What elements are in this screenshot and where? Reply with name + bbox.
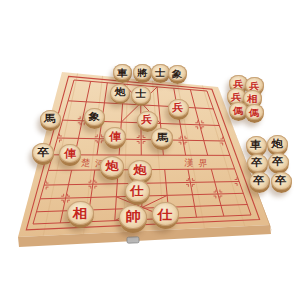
pieces-layer: 車將士象兵兵炮士兵相兵傌傌象馬兵俥馬炮車卒俥卒卒炮炮卒卒仕相仕帥: [0, 0, 300, 300]
piece-red-board-28[interactable]: 仕: [125, 180, 150, 205]
piece-character: 傌: [249, 107, 259, 116]
piece-character: 炮: [115, 88, 126, 98]
piece-character: 將: [137, 67, 147, 76]
piece-black-tray-black-27[interactable]: 卒: [271, 172, 292, 193]
piece-character: 仕: [158, 207, 173, 220]
piece-face: 炮: [267, 135, 288, 153]
piece-character: 卒: [253, 176, 264, 186]
piece-character: 兵: [231, 91, 241, 100]
piece-character: 卒: [275, 176, 286, 186]
piece-red-board-29[interactable]: 相: [67, 201, 94, 228]
piece-face: 傌: [245, 104, 264, 121]
piece-face: 炮: [110, 84, 130, 101]
piece-face: 仕: [125, 180, 150, 202]
piece-character: 相: [247, 93, 257, 102]
piece-character: 卒: [272, 157, 283, 167]
piece-character: 傌: [233, 105, 243, 114]
piece-character: 卒: [251, 158, 262, 168]
piece-red-tray-red-12[interactable]: 傌: [245, 104, 264, 123]
piece-character: 車: [117, 67, 127, 76]
piece-character: 炮: [106, 161, 119, 173]
piece-face: 卒: [268, 153, 289, 171]
piece-character: 馬: [156, 133, 168, 144]
piece-face: 卒: [32, 143, 54, 162]
piece-black-board-0[interactable]: 車: [113, 64, 132, 83]
piece-character: 炮: [271, 139, 282, 149]
piece-character: 兵: [233, 78, 243, 87]
xiangqi-product-photo: 楚河 漢界 車將士象兵兵炮士兵相兵傌傌象馬兵俥馬炮車卒俥卒卒炮炮卒卒仕相仕帥: [0, 0, 300, 300]
piece-character: 相: [73, 206, 88, 219]
piece-face: 炮: [128, 160, 152, 181]
piece-red-board-31[interactable]: 帥: [119, 205, 147, 233]
piece-black-board-7[interactable]: 士: [131, 86, 151, 106]
piece-face: 車: [246, 136, 267, 154]
piece-face: 馬: [40, 110, 61, 128]
piece-face: 象: [168, 65, 187, 82]
piece-black-board-14[interactable]: 馬: [40, 110, 61, 131]
piece-character: 俥: [109, 132, 121, 143]
piece-character: 士: [155, 67, 165, 76]
piece-face: 仕: [152, 202, 179, 225]
piece-character: 象: [88, 112, 99, 122]
piece-face: 相: [67, 201, 94, 224]
piece-character: 炮: [134, 165, 147, 177]
piece-face: 兵: [137, 111, 158, 129]
piece-black-board-3[interactable]: 象: [168, 65, 187, 84]
piece-character: 士: [136, 90, 147, 100]
piece-black-board-17[interactable]: 馬: [151, 128, 173, 150]
piece-face: 士: [131, 86, 151, 103]
piece-character: 象: [172, 68, 182, 77]
piece-red-board-16[interactable]: 俥: [104, 127, 126, 149]
piece-character: 兵: [172, 103, 183, 113]
piece-face: 炮: [100, 156, 124, 177]
piece-black-tray-black-26[interactable]: 卒: [249, 172, 270, 193]
piece-red-board-21[interactable]: 俥: [59, 144, 81, 166]
piece-red-board-10[interactable]: 兵: [168, 99, 189, 120]
piece-red-board-30[interactable]: 仕: [152, 202, 179, 229]
piece-face: 將: [133, 64, 152, 81]
piece-character: 兵: [141, 115, 152, 125]
piece-character: 兵: [249, 80, 259, 89]
piece-black-board-20[interactable]: 卒: [32, 143, 54, 165]
piece-character: 車: [250, 140, 261, 150]
piece-black-tray-black-22[interactable]: 卒: [268, 153, 289, 174]
piece-face: 車: [113, 64, 132, 81]
piece-face: 帥: [119, 205, 147, 229]
piece-face: 卒: [247, 154, 268, 172]
piece-character: 卒: [37, 148, 49, 159]
piece-face: 馬: [151, 128, 173, 147]
piece-face: 卒: [271, 172, 292, 190]
piece-character: 帥: [125, 210, 140, 224]
piece-face: 象: [84, 108, 105, 126]
piece-red-board-15[interactable]: 兵: [137, 111, 158, 132]
piece-face: 兵: [168, 99, 189, 117]
piece-face: 俥: [59, 144, 81, 163]
piece-red-board-24[interactable]: 炮: [100, 156, 124, 180]
piece-character: 仕: [130, 185, 144, 197]
piece-character: 馬: [44, 114, 55, 124]
piece-face: 士: [151, 64, 170, 81]
piece-face: 卒: [249, 172, 270, 190]
piece-face: 俥: [104, 127, 126, 146]
piece-black-board-1[interactable]: 將: [133, 64, 152, 83]
piece-character: 俥: [64, 149, 76, 160]
piece-black-board-2[interactable]: 士: [151, 64, 170, 83]
piece-black-board-6[interactable]: 炮: [110, 84, 130, 104]
piece-black-board-13[interactable]: 象: [84, 108, 105, 129]
